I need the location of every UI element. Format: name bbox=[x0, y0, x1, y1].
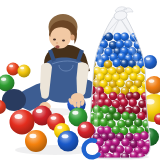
ball-highlight bbox=[131, 87, 134, 89]
ball-highlight bbox=[144, 121, 147, 123]
ball-highlight bbox=[105, 87, 108, 89]
ball-highlight bbox=[51, 116, 57, 120]
ball-highlight bbox=[102, 134, 105, 136]
ball-highlight bbox=[122, 48, 125, 50]
ball-highlight bbox=[121, 100, 124, 102]
ball-highlight bbox=[114, 75, 117, 77]
ball-highlight bbox=[111, 93, 114, 95]
ball-highlight bbox=[102, 107, 105, 109]
ball-highlight bbox=[127, 134, 130, 136]
ball-highlight bbox=[57, 126, 62, 129]
ball-highlight bbox=[106, 75, 109, 77]
ball-highlight bbox=[101, 69, 104, 71]
ball-highlight bbox=[133, 93, 136, 95]
ball-highlight bbox=[9, 65, 13, 68]
ball-highlight bbox=[126, 147, 129, 149]
ball-highlight bbox=[131, 127, 134, 129]
ball bbox=[78, 122, 95, 139]
ball-highlight bbox=[113, 127, 116, 129]
ball-highlight bbox=[110, 69, 113, 71]
child-ear bbox=[70, 35, 74, 41]
ball-highlight bbox=[106, 141, 109, 143]
ball-highlight bbox=[126, 108, 129, 110]
ball-highlight bbox=[62, 134, 69, 138]
ball-highlight bbox=[111, 55, 114, 57]
ball-highlight bbox=[139, 88, 142, 90]
ball-highlight bbox=[109, 121, 112, 123]
ball-highlight bbox=[20, 67, 24, 70]
ball-highlight bbox=[131, 153, 134, 155]
ball-highlight bbox=[139, 61, 142, 63]
ball-highlight bbox=[138, 128, 141, 130]
ball-highlight bbox=[101, 95, 104, 97]
ball-highlight bbox=[122, 34, 125, 36]
ball-highlight bbox=[113, 140, 116, 142]
ball bbox=[10, 110, 35, 135]
ball-highlight bbox=[72, 111, 78, 115]
ball-highlight bbox=[119, 121, 122, 123]
ball-highlight bbox=[103, 147, 106, 149]
ball-highlight bbox=[117, 147, 120, 149]
ball-highlight bbox=[119, 54, 122, 56]
ball-highlight bbox=[127, 82, 130, 84]
ball-highlight bbox=[119, 95, 122, 97]
ball-highlight bbox=[110, 82, 113, 84]
ball-highlight bbox=[146, 141, 149, 143]
ball-highlight bbox=[81, 124, 86, 127]
ball-highlight bbox=[130, 61, 133, 63]
ball bbox=[18, 65, 31, 78]
ball-highlight bbox=[109, 134, 112, 136]
ball-highlight bbox=[114, 60, 117, 62]
ball-highlight bbox=[143, 93, 146, 95]
ball bbox=[140, 131, 149, 140]
ball-highlight bbox=[114, 114, 117, 116]
ball-highlight bbox=[149, 79, 155, 83]
ball-highlight bbox=[118, 80, 121, 82]
child-mouth bbox=[55, 45, 59, 48]
ball-highlight bbox=[126, 120, 129, 122]
ball-highlight bbox=[138, 75, 141, 77]
ball-highlight bbox=[29, 134, 36, 138]
ball-highlight bbox=[101, 81, 104, 83]
ball-highlight bbox=[122, 61, 125, 63]
ball-highlight bbox=[111, 146, 114, 148]
ball bbox=[116, 79, 125, 88]
ball-highlight bbox=[140, 101, 143, 103]
ball-highlight bbox=[113, 101, 116, 103]
ball-highlight bbox=[110, 42, 113, 44]
ball-highlight bbox=[131, 74, 134, 76]
ball-highlight bbox=[134, 107, 137, 109]
ball-highlight bbox=[122, 74, 125, 76]
ball bbox=[25, 130, 47, 152]
ball-highlight bbox=[101, 120, 104, 122]
ball-highlight bbox=[119, 107, 122, 109]
ball-highlight bbox=[123, 113, 126, 115]
ball-highlight bbox=[135, 134, 138, 136]
ball bbox=[7, 63, 20, 76]
ball-highlight bbox=[105, 62, 108, 64]
ball-highlight bbox=[122, 88, 125, 90]
ball-highlight bbox=[130, 114, 133, 116]
ball-highlight bbox=[107, 115, 110, 117]
ball-highlight bbox=[115, 49, 118, 51]
scene-svg bbox=[0, 0, 160, 160]
ball-highlight bbox=[117, 42, 120, 44]
ball-highlight bbox=[106, 49, 109, 51]
ball-highlight bbox=[142, 133, 145, 135]
ball-highlight bbox=[144, 108, 147, 110]
child-nose bbox=[56, 42, 58, 44]
ball-highlight bbox=[136, 120, 139, 122]
ball-highlight bbox=[101, 41, 104, 43]
ball-highlight bbox=[131, 141, 134, 143]
ball bbox=[121, 138, 130, 147]
ball-highlight bbox=[113, 88, 116, 90]
ball-highlight bbox=[110, 108, 113, 110]
product-photo bbox=[0, 0, 160, 160]
ball-highlight bbox=[122, 154, 125, 156]
ball-highlight bbox=[117, 134, 120, 136]
ball-highlight bbox=[106, 154, 109, 156]
ball-highlight bbox=[1, 77, 6, 80]
ball-highlight bbox=[15, 114, 23, 119]
ball-highlight bbox=[115, 34, 118, 36]
child-eye-left bbox=[53, 39, 56, 41]
ball-highlight bbox=[123, 139, 126, 141]
ball-highlight bbox=[135, 81, 138, 83]
ball-highlight bbox=[130, 100, 133, 102]
ball bbox=[99, 118, 108, 127]
ball-highlight bbox=[118, 67, 121, 69]
ball-highlight bbox=[139, 141, 142, 143]
ball-highlight bbox=[114, 153, 117, 155]
ball bbox=[113, 112, 122, 121]
ball-highlight bbox=[139, 113, 142, 115]
ball-highlight bbox=[105, 128, 108, 130]
ball-highlight bbox=[143, 147, 146, 149]
ball-highlight bbox=[99, 100, 102, 102]
ball-highlight bbox=[105, 100, 108, 102]
ball-highlight bbox=[128, 94, 131, 96]
ball-highlight bbox=[106, 34, 109, 36]
ball bbox=[58, 131, 79, 152]
ball-highlight bbox=[36, 109, 42, 113]
ball-highlight bbox=[139, 154, 142, 156]
ball-highlight bbox=[94, 135, 97, 137]
ball-highlight bbox=[102, 56, 105, 58]
ball-highlight bbox=[99, 128, 102, 130]
ball-highlight bbox=[121, 128, 124, 130]
ball-highlight bbox=[146, 57, 150, 60]
ball-highlight bbox=[97, 139, 100, 141]
ball-highlight bbox=[126, 68, 129, 70]
ball-highlight bbox=[126, 56, 129, 58]
ball bbox=[120, 98, 129, 107]
child-eye-right bbox=[62, 40, 65, 42]
ball-highlight bbox=[135, 148, 138, 150]
